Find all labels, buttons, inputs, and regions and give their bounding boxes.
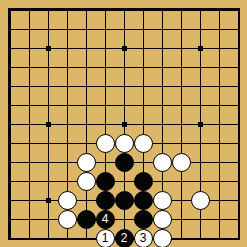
- grid-line-vertical: [238, 10, 239, 239]
- grid-line-vertical: [219, 10, 220, 239]
- star-point: [122, 46, 127, 51]
- go-board[interactable]: 4123: [0, 0, 247, 247]
- star-point: [46, 46, 51, 51]
- white-stone: [153, 229, 172, 247]
- white-stone: [77, 172, 96, 191]
- move-3-stone: 3: [134, 229, 153, 247]
- star-point: [198, 46, 203, 51]
- star-point: [46, 198, 51, 203]
- white-stone: [77, 153, 96, 172]
- white-stone: [153, 210, 172, 229]
- grid-line-horizontal: [10, 181, 239, 182]
- white-stone: [153, 153, 172, 172]
- move-number-label: 3: [140, 232, 147, 244]
- white-stone: [153, 191, 172, 210]
- move-1-stone: 1: [96, 229, 115, 247]
- move-number-label: 1: [102, 232, 109, 244]
- black-stone: [134, 210, 153, 229]
- white-stone: [58, 210, 77, 229]
- black-stone: [134, 191, 153, 210]
- black-stone: [77, 210, 96, 229]
- white-stone: [134, 134, 153, 153]
- move-4-stone: 4: [96, 210, 115, 229]
- star-point: [122, 122, 127, 127]
- black-stone: [115, 191, 134, 210]
- grid-line-horizontal: [10, 219, 239, 220]
- star-point: [46, 122, 51, 127]
- white-stone: [115, 134, 134, 153]
- grid-line-vertical: [181, 10, 182, 239]
- white-stone: [58, 191, 77, 210]
- star-point: [198, 122, 203, 127]
- move-number-label: 2: [121, 232, 128, 244]
- black-stone: [96, 172, 115, 191]
- move-2-stone: 2: [115, 229, 134, 247]
- black-stone: [134, 172, 153, 191]
- white-stone: [172, 153, 191, 172]
- white-stone: [96, 134, 115, 153]
- black-stone: [96, 191, 115, 210]
- black-stone: [115, 153, 134, 172]
- move-number-label: 4: [102, 213, 109, 225]
- white-stone: [191, 191, 210, 210]
